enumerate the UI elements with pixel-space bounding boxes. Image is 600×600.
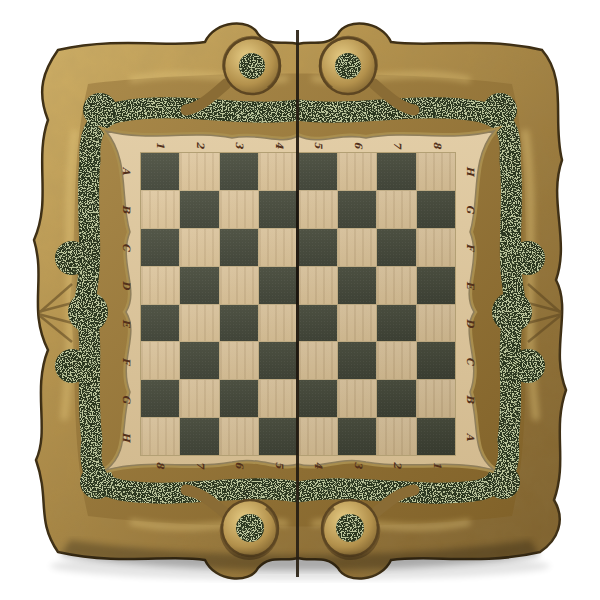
square-g7 (377, 380, 415, 417)
square-a4 (259, 153, 297, 190)
square-b1 (141, 191, 179, 228)
square-e1 (141, 305, 179, 342)
square-g1 (141, 380, 179, 417)
square-c8 (417, 229, 455, 266)
square-h3 (220, 418, 258, 455)
square-h1 (141, 418, 179, 455)
square-f1 (141, 342, 179, 379)
square-b4 (259, 191, 297, 228)
square-h7 (377, 418, 415, 455)
square-f3 (220, 342, 258, 379)
square-h4 (259, 418, 297, 455)
square-d1 (141, 267, 179, 304)
square-a5 (299, 153, 337, 190)
square-b5 (299, 191, 337, 228)
square-a6 (338, 153, 376, 190)
square-c2 (180, 229, 218, 266)
square-e8 (417, 305, 455, 342)
square-e6 (338, 305, 376, 342)
square-b8 (417, 191, 455, 228)
square-g8 (417, 380, 455, 417)
square-c3 (220, 229, 258, 266)
square-f6 (338, 342, 376, 379)
square-f7 (377, 342, 415, 379)
square-d2 (180, 267, 218, 304)
square-b2 (180, 191, 218, 228)
square-d6 (338, 267, 376, 304)
square-b3 (220, 191, 258, 228)
square-d3 (220, 267, 258, 304)
square-h2 (180, 418, 218, 455)
square-h8 (417, 418, 455, 455)
square-c1 (141, 229, 179, 266)
square-e4 (259, 305, 297, 342)
square-a7 (377, 153, 415, 190)
square-b7 (377, 191, 415, 228)
square-g3 (220, 380, 258, 417)
square-a3 (220, 153, 258, 190)
square-f2 (180, 342, 218, 379)
square-d5 (299, 267, 337, 304)
square-g6 (338, 380, 376, 417)
square-d4 (259, 267, 297, 304)
square-a8 (417, 153, 455, 190)
square-e2 (180, 305, 218, 342)
square-e5 (299, 305, 337, 342)
square-a1 (141, 153, 179, 190)
square-f4 (259, 342, 297, 379)
square-c6 (338, 229, 376, 266)
square-b6 (338, 191, 376, 228)
square-h5 (299, 418, 337, 455)
square-d8 (417, 267, 455, 304)
square-g4 (259, 380, 297, 417)
square-g2 (180, 380, 218, 417)
product-photo-chess-box: 12345678 87654321 ABCDEFGH HGFEDCBA (0, 0, 600, 600)
square-f5 (299, 342, 337, 379)
square-e3 (220, 305, 258, 342)
hinge-seam (296, 30, 299, 577)
square-c5 (299, 229, 337, 266)
square-g5 (299, 380, 337, 417)
square-h6 (338, 418, 376, 455)
square-d7 (377, 267, 415, 304)
square-e7 (377, 305, 415, 342)
square-a2 (180, 153, 218, 190)
square-c4 (259, 229, 297, 266)
square-f8 (417, 342, 455, 379)
square-c7 (377, 229, 415, 266)
